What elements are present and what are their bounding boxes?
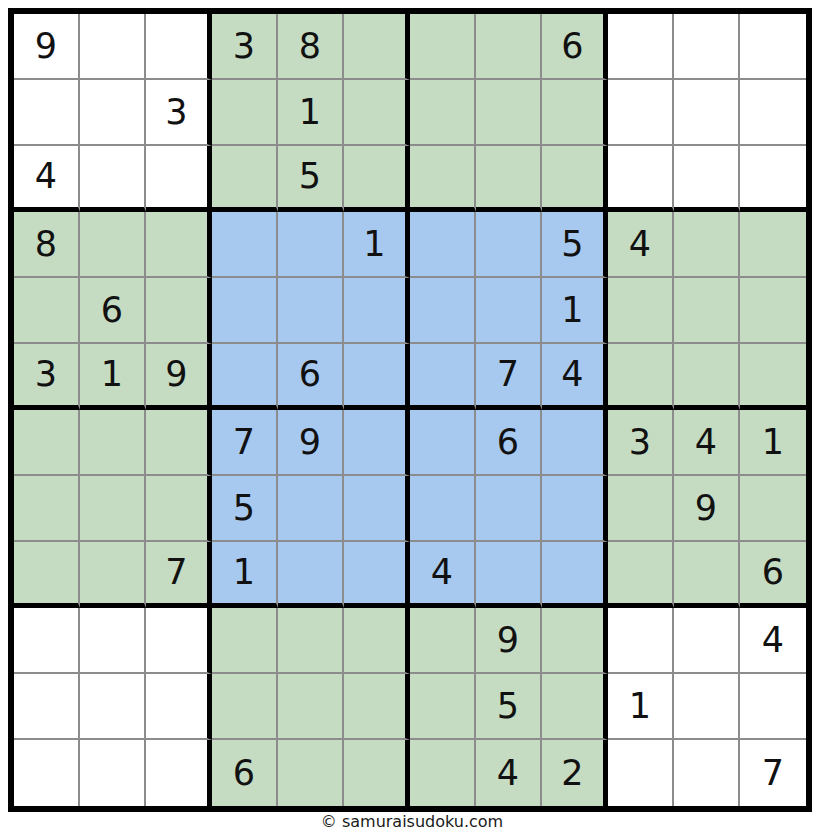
cell-r11c1[interactable] (14, 674, 80, 740)
cell-r4c6[interactable]: 1 (344, 212, 410, 278)
cell-r8c8[interactable] (476, 476, 542, 542)
cell-r12c2[interactable] (80, 740, 146, 806)
cell-r7c5[interactable]: 9 (278, 410, 344, 476)
cell-r2c12[interactable] (740, 80, 806, 146)
cell-r11c10[interactable]: 1 (608, 674, 674, 740)
cell-r5c3[interactable] (146, 278, 212, 344)
cell-r9c8[interactable] (476, 542, 542, 608)
cell-r10c6[interactable] (344, 608, 410, 674)
cell-r7c11[interactable]: 4 (674, 410, 740, 476)
cell-r2c9[interactable] (542, 80, 608, 146)
cell-r4c7[interactable] (410, 212, 476, 278)
cell-r7c6[interactable] (344, 410, 410, 476)
cell-r5c5[interactable] (278, 278, 344, 344)
cell-r1c5[interactable]: 8 (278, 14, 344, 80)
cell-r5c1[interactable] (14, 278, 80, 344)
cell-r11c4[interactable] (212, 674, 278, 740)
cell-r1c1[interactable]: 9 (14, 14, 80, 80)
cell-r7c1[interactable] (14, 410, 80, 476)
cell-r10c11[interactable] (674, 608, 740, 674)
cell-r8c5[interactable] (278, 476, 344, 542)
cell-r6c2[interactable]: 1 (80, 344, 146, 410)
cell-r9c7[interactable]: 4 (410, 542, 476, 608)
cell-r3c6[interactable] (344, 146, 410, 212)
cell-r1c4[interactable]: 3 (212, 14, 278, 80)
cell-r1c12[interactable] (740, 14, 806, 80)
cell-r9c5[interactable] (278, 542, 344, 608)
cell-r6c6[interactable] (344, 344, 410, 410)
cell-r11c5[interactable] (278, 674, 344, 740)
cell-r6c5[interactable]: 6 (278, 344, 344, 410)
cell-r3c10[interactable] (608, 146, 674, 212)
cell-r8c6[interactable] (344, 476, 410, 542)
cell-r12c1[interactable] (14, 740, 80, 806)
cell-r4c4[interactable] (212, 212, 278, 278)
cell-r8c12[interactable] (740, 476, 806, 542)
cell-r8c11[interactable]: 9 (674, 476, 740, 542)
cell-r11c9[interactable] (542, 674, 608, 740)
cell-r9c6[interactable] (344, 542, 410, 608)
cell-r2c1[interactable] (14, 80, 80, 146)
cell-r3c2[interactable] (80, 146, 146, 212)
cell-r11c3[interactable] (146, 674, 212, 740)
cell-r9c1[interactable] (14, 542, 80, 608)
cell-r2c2[interactable] (80, 80, 146, 146)
cell-r9c10[interactable] (608, 542, 674, 608)
cell-r1c11[interactable] (674, 14, 740, 80)
cell-r11c12[interactable] (740, 674, 806, 740)
cell-r8c3[interactable] (146, 476, 212, 542)
cell-r7c7[interactable] (410, 410, 476, 476)
cell-r9c11[interactable] (674, 542, 740, 608)
cell-r3c4[interactable] (212, 146, 278, 212)
cell-r9c2[interactable] (80, 542, 146, 608)
cell-r6c8[interactable]: 7 (476, 344, 542, 410)
cell-r2c7[interactable] (410, 80, 476, 146)
cell-r11c8[interactable]: 5 (476, 674, 542, 740)
cell-r6c1[interactable]: 3 (14, 344, 80, 410)
cell-r5c4[interactable] (212, 278, 278, 344)
cell-r4c10[interactable]: 4 (608, 212, 674, 278)
cell-r5c9[interactable]: 1 (542, 278, 608, 344)
cell-r2c11[interactable] (674, 80, 740, 146)
cell-r11c7[interactable] (410, 674, 476, 740)
cell-r7c3[interactable] (146, 410, 212, 476)
cell-r10c9[interactable] (542, 608, 608, 674)
cell-r10c5[interactable] (278, 608, 344, 674)
cell-r2c6[interactable] (344, 80, 410, 146)
cell-r2c5[interactable]: 1 (278, 80, 344, 146)
sudoku-board: 9386314581546131967479634159714694516427 (8, 8, 812, 812)
cell-r12c5[interactable] (278, 740, 344, 806)
cell-r7c9[interactable] (542, 410, 608, 476)
cell-r2c3[interactable]: 3 (146, 80, 212, 146)
cell-r1c7[interactable] (410, 14, 476, 80)
cell-r6c4[interactable] (212, 344, 278, 410)
cell-r10c2[interactable] (80, 608, 146, 674)
cell-r12c12[interactable]: 7 (740, 740, 806, 806)
cell-r3c9[interactable] (542, 146, 608, 212)
cell-r1c3[interactable] (146, 14, 212, 80)
cell-r4c11[interactable] (674, 212, 740, 278)
cell-r8c2[interactable] (80, 476, 146, 542)
cell-r1c2[interactable] (80, 14, 146, 80)
cell-r12c7[interactable] (410, 740, 476, 806)
cell-r4c5[interactable] (278, 212, 344, 278)
cell-r8c1[interactable] (14, 476, 80, 542)
cell-r6c10[interactable] (608, 344, 674, 410)
cell-r9c4[interactable]: 1 (212, 542, 278, 608)
cell-r10c3[interactable] (146, 608, 212, 674)
cell-r9c12[interactable]: 6 (740, 542, 806, 608)
cell-r9c3[interactable]: 7 (146, 542, 212, 608)
cell-r5c11[interactable] (674, 278, 740, 344)
cell-r8c7[interactable] (410, 476, 476, 542)
cell-r8c4[interactable]: 5 (212, 476, 278, 542)
cell-r12c8[interactable]: 4 (476, 740, 542, 806)
cell-r10c4[interactable] (212, 608, 278, 674)
cell-r10c7[interactable] (410, 608, 476, 674)
cell-r6c12[interactable] (740, 344, 806, 410)
cell-r2c10[interactable] (608, 80, 674, 146)
page: 9386314581546131967479634159714694516427… (0, 0, 824, 834)
cell-r12c9[interactable]: 2 (542, 740, 608, 806)
cell-r11c11[interactable] (674, 674, 740, 740)
cell-r7c4[interactable]: 7 (212, 410, 278, 476)
cell-r12c10[interactable] (608, 740, 674, 806)
cell-r10c12[interactable]: 4 (740, 608, 806, 674)
cell-r4c3[interactable] (146, 212, 212, 278)
cell-r12c4[interactable]: 6 (212, 740, 278, 806)
cell-r11c2[interactable] (80, 674, 146, 740)
cell-r1c10[interactable] (608, 14, 674, 80)
cell-r4c2[interactable] (80, 212, 146, 278)
cell-r7c10[interactable]: 3 (608, 410, 674, 476)
cell-r7c12[interactable]: 1 (740, 410, 806, 476)
cell-r7c8[interactable]: 6 (476, 410, 542, 476)
cell-r6c3[interactable]: 9 (146, 344, 212, 410)
cell-r9c9[interactable] (542, 542, 608, 608)
cell-r5c6[interactable] (344, 278, 410, 344)
cell-r5c12[interactable] (740, 278, 806, 344)
cell-r2c8[interactable] (476, 80, 542, 146)
cell-r1c6[interactable] (344, 14, 410, 80)
cell-r1c8[interactable] (476, 14, 542, 80)
cell-r2c4[interactable] (212, 80, 278, 146)
cell-r4c9[interactable]: 5 (542, 212, 608, 278)
cell-r3c11[interactable] (674, 146, 740, 212)
cell-r4c8[interactable] (476, 212, 542, 278)
cell-r1c9[interactable]: 6 (542, 14, 608, 80)
cell-r10c1[interactable] (14, 608, 80, 674)
cell-r3c12[interactable] (740, 146, 806, 212)
cell-r5c10[interactable] (608, 278, 674, 344)
copyright-text: © samuraisudoku.com (0, 812, 824, 831)
cell-r10c10[interactable] (608, 608, 674, 674)
cell-r8c9[interactable] (542, 476, 608, 542)
cell-r5c7[interactable] (410, 278, 476, 344)
cell-r11c6[interactable] (344, 674, 410, 740)
cell-r6c7[interactable] (410, 344, 476, 410)
cell-r4c1[interactable]: 8 (14, 212, 80, 278)
cell-r3c3[interactable] (146, 146, 212, 212)
cell-r3c5[interactable]: 5 (278, 146, 344, 212)
cell-r6c9[interactable]: 4 (542, 344, 608, 410)
cell-r3c1[interactable]: 4 (14, 146, 80, 212)
cell-r5c8[interactable] (476, 278, 542, 344)
cell-r12c11[interactable] (674, 740, 740, 806)
cell-r5c2[interactable]: 6 (80, 278, 146, 344)
cell-r3c8[interactable] (476, 146, 542, 212)
cell-r4c12[interactable] (740, 212, 806, 278)
cell-r10c8[interactable]: 9 (476, 608, 542, 674)
cell-r6c11[interactable] (674, 344, 740, 410)
cell-r12c6[interactable] (344, 740, 410, 806)
cell-r7c2[interactable] (80, 410, 146, 476)
cell-r12c3[interactable] (146, 740, 212, 806)
cell-r3c7[interactable] (410, 146, 476, 212)
cell-r8c10[interactable] (608, 476, 674, 542)
